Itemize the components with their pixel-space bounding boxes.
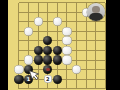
board-intersection[interactable] — [24, 0, 34, 7]
board-intersection[interactable] — [81, 74, 91, 84]
app-screen: 12 — [0, 0, 120, 90]
board-intersection[interactable] — [101, 26, 106, 36]
board-intersection[interactable] — [14, 84, 24, 90]
board-intersection[interactable] — [72, 84, 82, 90]
board-intersection[interactable] — [62, 36, 72, 46]
board-intersection[interactable] — [53, 17, 63, 27]
board-intersection[interactable] — [91, 65, 101, 75]
black-stone — [34, 46, 43, 55]
board-intersection[interactable] — [43, 17, 53, 27]
board-intersection[interactable] — [62, 17, 72, 27]
board-intersection[interactable] — [24, 7, 34, 17]
board-intersection[interactable] — [53, 36, 63, 46]
board-intersection[interactable] — [101, 46, 106, 56]
board-intersection[interactable] — [53, 26, 63, 36]
board-intersection[interactable] — [72, 7, 82, 17]
board-intersection[interactable] — [14, 74, 24, 84]
black-stone — [43, 65, 52, 74]
board-intersection[interactable] — [72, 46, 82, 56]
board-intersection[interactable] — [53, 0, 63, 7]
white-stone — [72, 65, 81, 74]
board-intersection[interactable] — [62, 7, 72, 17]
board-intersection[interactable] — [33, 0, 43, 7]
white-stone — [24, 27, 33, 36]
board-intersection[interactable] — [81, 26, 91, 36]
board-intersection[interactable] — [33, 26, 43, 36]
board-intersection[interactable] — [101, 36, 106, 46]
board-intersection[interactable] — [81, 55, 91, 65]
white-stone — [53, 17, 62, 26]
board-intersection[interactable] — [72, 17, 82, 27]
last-move-marker — [46, 68, 50, 72]
board-intersection[interactable] — [81, 46, 91, 56]
white-stone — [62, 27, 71, 36]
board-intersection[interactable] — [43, 26, 53, 36]
board-intersection[interactable] — [72, 26, 82, 36]
board-intersection[interactable] — [53, 74, 63, 84]
white-stone — [24, 55, 33, 64]
board-intersection[interactable] — [14, 65, 24, 75]
white-stone — [62, 55, 71, 64]
board-intersection[interactable] — [62, 65, 72, 75]
board-intersection[interactable] — [53, 7, 63, 17]
board-intersection[interactable] — [43, 7, 53, 17]
board-intersection[interactable] — [24, 46, 34, 56]
board-intersection[interactable] — [53, 55, 63, 65]
player-avatar[interactable] — [87, 3, 105, 21]
black-stone — [34, 55, 43, 64]
white-stone — [62, 46, 71, 55]
board-intersection[interactable] — [24, 36, 34, 46]
hand-cursor-icon — [29, 69, 40, 81]
board-intersection[interactable] — [14, 17, 24, 27]
board-intersection[interactable]: 2 — [43, 74, 53, 84]
white-stone — [62, 36, 71, 45]
board-intersection[interactable] — [91, 26, 101, 36]
board-intersection[interactable] — [14, 26, 24, 36]
board-intersection[interactable] — [33, 46, 43, 56]
black-stone — [53, 75, 62, 84]
board-intersection[interactable] — [62, 55, 72, 65]
board-intersection[interactable] — [14, 36, 24, 46]
variation-number-label: 2 — [44, 75, 52, 83]
board-intersection[interactable] — [43, 0, 53, 7]
board-intersection[interactable] — [72, 74, 82, 84]
board-intersection[interactable] — [101, 74, 106, 84]
board-intersection[interactable] — [91, 55, 101, 65]
board-intersection[interactable] — [62, 46, 72, 56]
board-intersection[interactable] — [33, 55, 43, 65]
board-intersection[interactable] — [81, 36, 91, 46]
board-intersection[interactable] — [62, 84, 72, 90]
board-intersection[interactable] — [91, 84, 101, 90]
board-intersection[interactable] — [24, 26, 34, 36]
board-intersection[interactable] — [43, 36, 53, 46]
black-stone — [53, 46, 62, 55]
board-intersection[interactable] — [43, 55, 53, 65]
board-intersection[interactable] — [81, 84, 91, 90]
board-intersection[interactable] — [62, 0, 72, 7]
black-stone — [43, 55, 52, 64]
board-intersection[interactable] — [24, 55, 34, 65]
white-stone — [34, 17, 43, 26]
board-intersection[interactable] — [33, 7, 43, 17]
black-stone — [43, 46, 52, 55]
black-stone — [43, 36, 52, 45]
board-intersection[interactable] — [72, 65, 82, 75]
board-intersection[interactable] — [14, 7, 24, 17]
board-intersection[interactable] — [14, 46, 24, 56]
board-intersection[interactable] — [72, 36, 82, 46]
board-intersection[interactable] — [81, 65, 91, 75]
board-intersection[interactable] — [43, 65, 53, 75]
white-stone — [14, 65, 23, 74]
board-intersection[interactable] — [24, 84, 34, 90]
board-intersection[interactable] — [53, 46, 63, 56]
board-intersection[interactable] — [33, 36, 43, 46]
board-intersection[interactable] — [53, 84, 63, 90]
black-stone — [14, 75, 23, 84]
board-intersection[interactable] — [72, 0, 82, 7]
board-intersection[interactable] — [24, 17, 34, 27]
board-intersection[interactable] — [101, 55, 106, 65]
board-intersection[interactable] — [91, 46, 101, 56]
board-intersection[interactable] — [101, 65, 106, 75]
board-intersection[interactable] — [33, 17, 43, 27]
board-intersection[interactable] — [43, 46, 53, 56]
board-intersection[interactable] — [62, 74, 72, 84]
board-intersection[interactable] — [14, 0, 24, 7]
board-intersection[interactable] — [33, 84, 43, 90]
board-intersection[interactable] — [43, 84, 53, 90]
board-intersection[interactable] — [14, 55, 24, 65]
board-intersection[interactable] — [91, 74, 101, 84]
board-intersection[interactable] — [91, 36, 101, 46]
board-intersection[interactable] — [101, 84, 106, 90]
board-intersection[interactable] — [62, 26, 72, 36]
board-intersection[interactable] — [53, 65, 63, 75]
board-intersection[interactable] — [72, 55, 82, 65]
black-stone — [53, 55, 62, 64]
